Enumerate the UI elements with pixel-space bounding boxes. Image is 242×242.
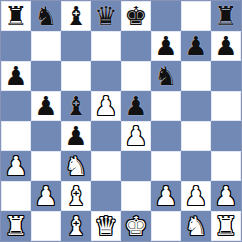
square-b3[interactable] [31, 151, 61, 181]
black-bishop[interactable]: ♝ [64, 3, 87, 29]
white-rook[interactable]: ♜ [214, 213, 237, 239]
square-g8[interactable] [181, 1, 211, 31]
square-e7[interactable] [121, 31, 151, 61]
square-f7[interactable]: ♟ [151, 31, 181, 61]
white-pawn[interactable]: ♟ [214, 183, 237, 209]
white-pawn[interactable]: ♟ [184, 183, 207, 209]
black-rook[interactable]: ♜ [4, 3, 27, 29]
square-g6[interactable] [181, 61, 211, 91]
square-a8[interactable]: ♜ [1, 1, 31, 31]
square-h4[interactable] [211, 121, 241, 151]
square-d1[interactable]: ♛ [91, 211, 121, 241]
black-bishop[interactable]: ♝ [64, 93, 87, 119]
chess-board-container: ♜♞♝♛♚♜♟♟♟♟♞♟♝♟♟♟♟♟♞♟♝♟♟♟♜♝♛♚♞♜ [0, 0, 242, 242]
square-g4[interactable] [181, 121, 211, 151]
square-c4[interactable]: ♟ [61, 121, 91, 151]
white-knight[interactable]: ♞ [64, 153, 87, 179]
square-a4[interactable] [1, 121, 31, 151]
square-e6[interactable] [121, 61, 151, 91]
black-pawn[interactable]: ♟ [154, 33, 177, 59]
square-g7[interactable]: ♟ [181, 31, 211, 61]
square-b2[interactable]: ♟ [31, 181, 61, 211]
square-a3[interactable]: ♟ [1, 151, 31, 181]
black-king[interactable]: ♚ [124, 3, 147, 29]
square-f4[interactable] [151, 121, 181, 151]
black-pawn[interactable]: ♟ [124, 93, 147, 119]
square-c7[interactable] [61, 31, 91, 61]
square-h7[interactable]: ♟ [211, 31, 241, 61]
black-pawn[interactable]: ♟ [4, 63, 27, 89]
square-e1[interactable]: ♚ [121, 211, 151, 241]
square-f1[interactable] [151, 211, 181, 241]
square-c3[interactable]: ♞ [61, 151, 91, 181]
square-b1[interactable] [31, 211, 61, 241]
square-a6[interactable]: ♟ [1, 61, 31, 91]
white-bishop[interactable]: ♝ [64, 183, 87, 209]
white-pawn[interactable]: ♟ [94, 93, 117, 119]
square-e4[interactable]: ♟ [121, 121, 151, 151]
square-c1[interactable]: ♝ [61, 211, 91, 241]
square-g1[interactable]: ♞ [181, 211, 211, 241]
square-h2[interactable]: ♟ [211, 181, 241, 211]
square-a7[interactable] [1, 31, 31, 61]
white-pawn[interactable]: ♟ [124, 123, 147, 149]
square-c5[interactable]: ♝ [61, 91, 91, 121]
square-f5[interactable] [151, 91, 181, 121]
white-bishop[interactable]: ♝ [64, 213, 87, 239]
square-c8[interactable]: ♝ [61, 1, 91, 31]
black-queen[interactable]: ♛ [94, 3, 117, 29]
square-d6[interactable] [91, 61, 121, 91]
square-b5[interactable]: ♟ [31, 91, 61, 121]
square-h5[interactable] [211, 91, 241, 121]
white-queen[interactable]: ♛ [94, 213, 117, 239]
square-d8[interactable]: ♛ [91, 1, 121, 31]
square-c6[interactable] [61, 61, 91, 91]
white-king[interactable]: ♚ [124, 213, 147, 239]
square-g5[interactable] [181, 91, 211, 121]
square-h6[interactable] [211, 61, 241, 91]
chess-board: ♜♞♝♛♚♜♟♟♟♟♞♟♝♟♟♟♟♟♞♟♝♟♟♟♜♝♛♚♞♜ [0, 0, 242, 242]
square-c2[interactable]: ♝ [61, 181, 91, 211]
black-rook[interactable]: ♜ [214, 3, 237, 29]
square-g2[interactable]: ♟ [181, 181, 211, 211]
white-pawn[interactable]: ♟ [4, 153, 27, 179]
black-pawn[interactable]: ♟ [34, 93, 57, 119]
square-b7[interactable] [31, 31, 61, 61]
square-h1[interactable]: ♜ [211, 211, 241, 241]
square-d3[interactable] [91, 151, 121, 181]
square-a5[interactable] [1, 91, 31, 121]
square-e3[interactable] [121, 151, 151, 181]
square-a2[interactable] [1, 181, 31, 211]
white-rook[interactable]: ♜ [4, 213, 27, 239]
square-d5[interactable]: ♟ [91, 91, 121, 121]
square-e8[interactable]: ♚ [121, 1, 151, 31]
square-e2[interactable] [121, 181, 151, 211]
square-h3[interactable] [211, 151, 241, 181]
white-knight[interactable]: ♞ [184, 213, 207, 239]
square-d4[interactable] [91, 121, 121, 151]
black-pawn[interactable]: ♟ [64, 123, 87, 149]
square-f8[interactable] [151, 1, 181, 31]
square-d7[interactable] [91, 31, 121, 61]
white-pawn[interactable]: ♟ [34, 183, 57, 209]
square-f3[interactable] [151, 151, 181, 181]
square-g3[interactable] [181, 151, 211, 181]
square-b6[interactable] [31, 61, 61, 91]
white-pawn[interactable]: ♟ [154, 183, 177, 209]
square-b8[interactable]: ♞ [31, 1, 61, 31]
black-pawn[interactable]: ♟ [184, 33, 207, 59]
black-knight[interactable]: ♞ [154, 63, 177, 89]
black-knight[interactable]: ♞ [34, 3, 57, 29]
black-pawn[interactable]: ♟ [214, 33, 237, 59]
square-f2[interactable]: ♟ [151, 181, 181, 211]
square-h8[interactable]: ♜ [211, 1, 241, 31]
square-a1[interactable]: ♜ [1, 211, 31, 241]
square-d2[interactable] [91, 181, 121, 211]
square-e5[interactable]: ♟ [121, 91, 151, 121]
square-f6[interactable]: ♞ [151, 61, 181, 91]
square-b4[interactable] [31, 121, 61, 151]
